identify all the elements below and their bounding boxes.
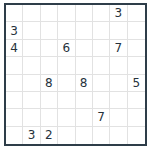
cell-r7c5[interactable] — [76, 109, 93, 126]
cell-r1c6[interactable] — [93, 5, 110, 22]
cell-r7c6[interactable]: 7 — [93, 109, 110, 126]
cell-r1c1[interactable] — [6, 5, 23, 22]
cell-r6c4[interactable] — [58, 92, 75, 109]
cell-r1c2[interactable] — [23, 5, 40, 22]
cell-r7c2[interactable] — [23, 109, 40, 126]
cell-r8c7[interactable] — [110, 127, 127, 144]
cell-r8c2[interactable]: 3 — [23, 127, 40, 144]
cell-r4c7[interactable] — [110, 57, 127, 74]
cell-r2c4[interactable] — [58, 22, 75, 39]
cell-r2c6[interactable] — [93, 22, 110, 39]
cell-r5c2[interactable] — [23, 75, 40, 92]
cell-r4c8[interactable] — [128, 57, 145, 74]
cell-r1c5[interactable] — [76, 5, 93, 22]
cell-r8c5[interactable] — [76, 127, 93, 144]
cell-r2c2[interactable] — [23, 22, 40, 39]
cell-r7c4[interactable] — [58, 109, 75, 126]
cell-r5c8[interactable]: 5 — [128, 75, 145, 92]
cell-r6c6[interactable] — [93, 92, 110, 109]
cell-r6c5[interactable] — [76, 92, 93, 109]
cell-r6c2[interactable] — [23, 92, 40, 109]
cell-r8c8[interactable] — [128, 127, 145, 144]
cell-r5c1[interactable] — [6, 75, 23, 92]
cell-r8c4[interactable] — [58, 127, 75, 144]
cell-r3c8[interactable] — [128, 40, 145, 57]
puzzle-board: 33467885732 — [4, 3, 147, 146]
cell-r2c8[interactable] — [128, 22, 145, 39]
cell-r8c3[interactable]: 2 — [41, 127, 58, 144]
cell-r3c1[interactable]: 4 — [6, 40, 23, 57]
cell-r6c1[interactable] — [6, 92, 23, 109]
cell-r2c7[interactable] — [110, 22, 127, 39]
cell-r3c2[interactable] — [23, 40, 40, 57]
cell-r4c6[interactable] — [93, 57, 110, 74]
cell-r3c7[interactable]: 7 — [110, 40, 127, 57]
cell-r6c7[interactable] — [110, 92, 127, 109]
cell-r1c4[interactable] — [58, 5, 75, 22]
cell-r5c7[interactable] — [110, 75, 127, 92]
cell-r7c3[interactable] — [41, 109, 58, 126]
cell-r1c8[interactable] — [128, 5, 145, 22]
cell-r4c4[interactable] — [58, 57, 75, 74]
cell-r1c3[interactable] — [41, 5, 58, 22]
cell-r5c6[interactable] — [93, 75, 110, 92]
cell-r7c7[interactable] — [110, 109, 127, 126]
cell-r8c1[interactable] — [6, 127, 23, 144]
cell-r3c5[interactable] — [76, 40, 93, 57]
cell-r3c4[interactable]: 6 — [58, 40, 75, 57]
cell-r3c6[interactable] — [93, 40, 110, 57]
cell-r2c3[interactable] — [41, 22, 58, 39]
cell-r8c6[interactable] — [93, 127, 110, 144]
cell-r5c5[interactable]: 8 — [76, 75, 93, 92]
cell-r3c3[interactable] — [41, 40, 58, 57]
cell-r2c5[interactable] — [76, 22, 93, 39]
cell-r4c5[interactable] — [76, 57, 93, 74]
cell-r5c3[interactable]: 8 — [41, 75, 58, 92]
cell-r2c1[interactable]: 3 — [6, 22, 23, 39]
cell-r5c4[interactable] — [58, 75, 75, 92]
cell-r4c2[interactable] — [23, 57, 40, 74]
cell-r4c1[interactable] — [6, 57, 23, 74]
cell-r6c3[interactable] — [41, 92, 58, 109]
cell-r1c7[interactable]: 3 — [110, 5, 127, 22]
cell-r4c3[interactable] — [41, 57, 58, 74]
cell-r7c1[interactable] — [6, 109, 23, 126]
cell-r6c8[interactable] — [128, 92, 145, 109]
cell-r7c8[interactable] — [128, 109, 145, 126]
